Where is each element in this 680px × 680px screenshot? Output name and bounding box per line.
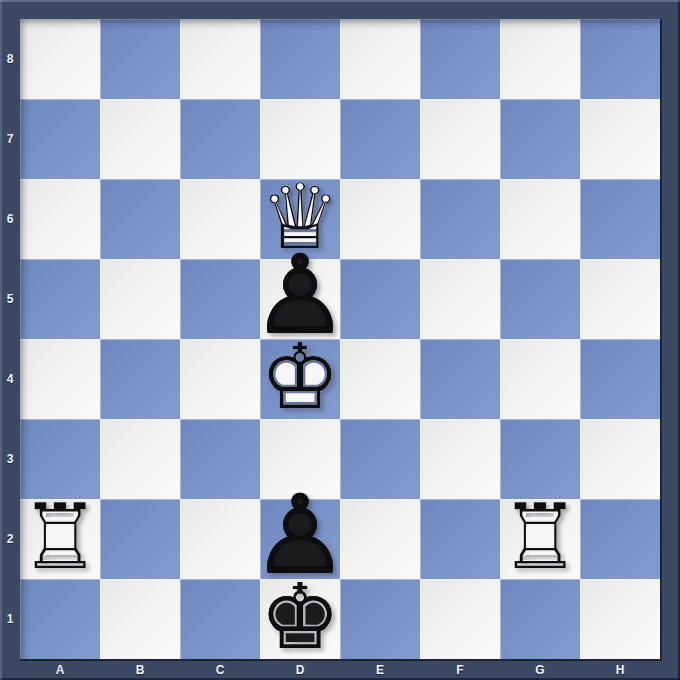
square-a7[interactable] bbox=[20, 99, 100, 179]
white-queen[interactable]: ♛♕ bbox=[260, 179, 340, 259]
chess-board-frame: 87654321 ABCDEFGH ♛♕♟♙♚♔♜♖♟♙♜♖♚♔ bbox=[0, 0, 680, 680]
file-label-c: C bbox=[180, 659, 260, 680]
piece-glyph-outline: ♕ bbox=[260, 172, 341, 262]
square-f5[interactable] bbox=[420, 259, 500, 339]
white-rook[interactable]: ♜♖ bbox=[500, 499, 580, 579]
square-b4[interactable] bbox=[100, 339, 180, 419]
rank-label-1: 1 bbox=[0, 579, 20, 659]
black-pawn[interactable]: ♟♙ bbox=[260, 499, 340, 579]
square-f4[interactable] bbox=[420, 339, 500, 419]
white-king[interactable]: ♚♔ bbox=[260, 339, 340, 419]
square-b1[interactable] bbox=[100, 579, 180, 659]
square-c8[interactable] bbox=[180, 19, 260, 99]
square-e4[interactable] bbox=[340, 339, 420, 419]
file-label-a: A bbox=[20, 659, 100, 680]
square-a6[interactable] bbox=[20, 179, 100, 259]
square-a3[interactable] bbox=[20, 419, 100, 499]
square-h1[interactable] bbox=[580, 579, 660, 659]
square-a1[interactable] bbox=[20, 579, 100, 659]
square-d7[interactable] bbox=[260, 99, 340, 179]
square-e8[interactable] bbox=[340, 19, 420, 99]
square-f6[interactable] bbox=[420, 179, 500, 259]
piece-glyph-fill: ♛ bbox=[260, 172, 341, 262]
square-e1[interactable] bbox=[340, 579, 420, 659]
rank-label-5: 5 bbox=[0, 259, 20, 339]
square-f8[interactable] bbox=[420, 19, 500, 99]
square-e3[interactable] bbox=[340, 419, 420, 499]
square-e5[interactable] bbox=[340, 259, 420, 339]
square-b3[interactable] bbox=[100, 419, 180, 499]
square-c6[interactable] bbox=[180, 179, 260, 259]
file-labels: ABCDEFGH bbox=[20, 659, 660, 680]
square-b8[interactable] bbox=[100, 19, 180, 99]
file-label-e: E bbox=[340, 659, 420, 680]
square-h2[interactable] bbox=[580, 499, 660, 579]
square-c3[interactable] bbox=[180, 419, 260, 499]
square-e6[interactable] bbox=[340, 179, 420, 259]
rank-label-7: 7 bbox=[0, 99, 20, 179]
square-b5[interactable] bbox=[100, 259, 180, 339]
square-f7[interactable] bbox=[420, 99, 500, 179]
square-d5[interactable]: ♟♙ bbox=[260, 259, 340, 339]
file-label-g: G bbox=[500, 659, 580, 680]
rank-label-6: 6 bbox=[0, 179, 20, 259]
square-h7[interactable] bbox=[580, 99, 660, 179]
square-d6[interactable]: ♛♕ bbox=[260, 179, 340, 259]
piece-glyph-fill: ♜ bbox=[20, 492, 101, 582]
file-label-f: F bbox=[420, 659, 500, 680]
square-g3[interactable] bbox=[500, 419, 580, 499]
square-h3[interactable] bbox=[580, 419, 660, 499]
square-e2[interactable] bbox=[340, 499, 420, 579]
square-c5[interactable] bbox=[180, 259, 260, 339]
square-h4[interactable] bbox=[580, 339, 660, 419]
board-grid: ♛♕♟♙♚♔♜♖♟♙♜♖♚♔ bbox=[20, 19, 660, 659]
black-pawn[interactable]: ♟♙ bbox=[260, 259, 340, 339]
piece-glyph-outline: ♖ bbox=[20, 492, 101, 582]
rank-label-4: 4 bbox=[0, 339, 20, 419]
square-b7[interactable] bbox=[100, 99, 180, 179]
square-f3[interactable] bbox=[420, 419, 500, 499]
rank-label-8: 8 bbox=[0, 19, 20, 99]
square-g8[interactable] bbox=[500, 19, 580, 99]
piece-glyph-outline: ♖ bbox=[500, 492, 581, 582]
square-h8[interactable] bbox=[580, 19, 660, 99]
square-c2[interactable] bbox=[180, 499, 260, 579]
square-g1[interactable] bbox=[500, 579, 580, 659]
square-a2[interactable]: ♜♖ bbox=[20, 499, 100, 579]
square-g2[interactable]: ♜♖ bbox=[500, 499, 580, 579]
square-c4[interactable] bbox=[180, 339, 260, 419]
square-b6[interactable] bbox=[100, 179, 180, 259]
square-g6[interactable] bbox=[500, 179, 580, 259]
rank-label-3: 3 bbox=[0, 419, 20, 499]
square-d1[interactable]: ♚♔ bbox=[260, 579, 340, 659]
square-a5[interactable] bbox=[20, 259, 100, 339]
piece-glyph-outline: ♔ bbox=[260, 572, 341, 662]
square-h5[interactable] bbox=[580, 259, 660, 339]
piece-glyph-fill: ♜ bbox=[500, 492, 581, 582]
file-label-h: H bbox=[580, 659, 660, 680]
rank-labels: 87654321 bbox=[0, 19, 20, 659]
square-b2[interactable] bbox=[100, 499, 180, 579]
square-f1[interactable] bbox=[420, 579, 500, 659]
square-e7[interactable] bbox=[340, 99, 420, 179]
square-c1[interactable] bbox=[180, 579, 260, 659]
white-rook[interactable]: ♜♖ bbox=[20, 499, 100, 579]
square-g7[interactable] bbox=[500, 99, 580, 179]
square-d2[interactable]: ♟♙ bbox=[260, 499, 340, 579]
file-label-d: D bbox=[260, 659, 340, 680]
square-a4[interactable] bbox=[20, 339, 100, 419]
rank-label-2: 2 bbox=[0, 499, 20, 579]
black-king[interactable]: ♚♔ bbox=[260, 579, 340, 659]
square-f2[interactable] bbox=[420, 499, 500, 579]
square-d4[interactable]: ♚♔ bbox=[260, 339, 340, 419]
square-g4[interactable] bbox=[500, 339, 580, 419]
square-g5[interactable] bbox=[500, 259, 580, 339]
square-h6[interactable] bbox=[580, 179, 660, 259]
piece-glyph-outline: ♔ bbox=[260, 332, 341, 422]
square-d3[interactable] bbox=[260, 419, 340, 499]
piece-glyph-fill: ♚ bbox=[260, 332, 341, 422]
square-d8[interactable] bbox=[260, 19, 340, 99]
piece-glyph-fill: ♚ bbox=[260, 572, 341, 662]
file-label-b: B bbox=[100, 659, 180, 680]
square-a8[interactable] bbox=[20, 19, 100, 99]
square-c7[interactable] bbox=[180, 99, 260, 179]
